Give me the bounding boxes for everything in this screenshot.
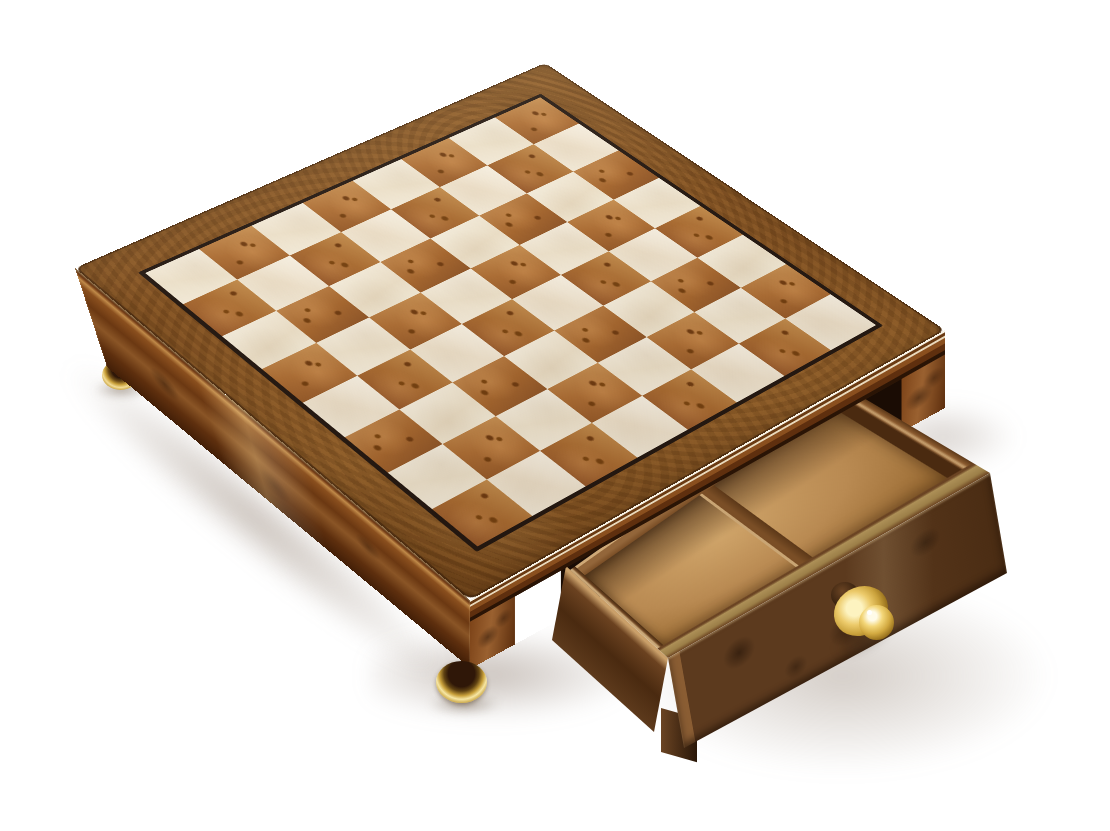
product-photo-chess-box <box>0 0 1110 831</box>
brass-foot <box>436 661 487 703</box>
drawer-knob <box>859 605 894 640</box>
